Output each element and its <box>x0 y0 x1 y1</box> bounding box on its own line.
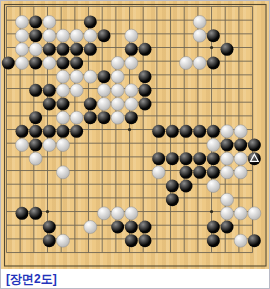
go-stone-black[interactable] <box>97 70 110 83</box>
go-stone-white[interactable] <box>125 97 138 110</box>
go-stone-black[interactable] <box>84 111 97 124</box>
go-stone-white[interactable] <box>43 15 56 28</box>
stones <box>2 15 261 247</box>
go-stone-white[interactable] <box>152 166 165 179</box>
go-stone-black[interactable] <box>207 221 220 234</box>
go-stone-black[interactable] <box>29 125 42 138</box>
go-stone-black[interactable] <box>111 221 124 234</box>
go-stone-white[interactable] <box>125 29 138 42</box>
go-stone-black[interactable] <box>193 125 206 138</box>
go-stone-black[interactable] <box>139 234 152 247</box>
go-stone-white[interactable] <box>56 70 69 83</box>
go-stone-white[interactable] <box>193 15 206 28</box>
go-stone-white[interactable] <box>193 29 206 42</box>
go-diagram-screenshot: [장면2도] <box>0 0 270 289</box>
go-stone-white[interactable] <box>234 125 247 138</box>
go-stone-black[interactable] <box>207 152 220 165</box>
go-stone-black[interactable] <box>29 56 42 69</box>
go-stone-black[interactable] <box>152 152 165 165</box>
go-stone-black[interactable] <box>193 166 206 179</box>
go-stone-black[interactable] <box>139 97 152 110</box>
go-stone-white[interactable] <box>29 152 42 165</box>
go-stone-white[interactable] <box>207 180 220 193</box>
go-stone-black[interactable] <box>43 125 56 138</box>
go-stone-white[interactable] <box>125 207 138 220</box>
go-stone-white[interactable] <box>111 207 124 220</box>
go-stone-black[interactable] <box>234 139 247 152</box>
go-stone-white[interactable] <box>43 29 56 42</box>
go-stone-black[interactable] <box>139 43 152 56</box>
go-stone-white[interactable] <box>111 111 124 124</box>
go-stone-white[interactable] <box>221 207 234 220</box>
go-stone-black[interactable] <box>166 152 179 165</box>
go-board[interactable] <box>1 1 270 269</box>
go-stone-black[interactable] <box>248 234 261 247</box>
go-stone-black[interactable] <box>29 139 42 152</box>
go-stone-black[interactable] <box>43 43 56 56</box>
go-stone-white[interactable] <box>221 166 234 179</box>
go-stone-black[interactable] <box>180 152 193 165</box>
go-stone-black[interactable] <box>43 97 56 110</box>
go-stone-white[interactable] <box>29 43 42 56</box>
go-stone-black[interactable] <box>125 221 138 234</box>
go-stone-white[interactable] <box>43 56 56 69</box>
go-stone-white[interactable] <box>221 125 234 138</box>
go-stone-white[interactable] <box>15 56 28 69</box>
go-stone-white[interactable] <box>111 56 124 69</box>
go-stone-white[interactable] <box>84 29 97 42</box>
go-stone-black[interactable] <box>56 97 69 110</box>
go-stone-black[interactable] <box>2 56 15 69</box>
go-stone-white[interactable] <box>84 70 97 83</box>
go-stone-white[interactable] <box>70 84 83 97</box>
go-stone-white[interactable] <box>248 207 261 220</box>
go-stone-white[interactable] <box>111 84 124 97</box>
go-stone-black[interactable] <box>43 84 56 97</box>
go-stone-black[interactable] <box>29 84 42 97</box>
go-stone-white[interactable] <box>180 56 193 69</box>
go-stone-white[interactable] <box>56 29 69 42</box>
caption: [장면2도] <box>6 270 266 288</box>
go-stone-black[interactable] <box>15 207 28 220</box>
go-stone-black[interactable] <box>29 29 42 42</box>
go-stone-black[interactable] <box>15 125 28 138</box>
go-stone-black[interactable] <box>125 234 138 247</box>
go-stone-black[interactable] <box>97 29 110 42</box>
go-stone-white[interactable] <box>97 84 110 97</box>
go-stone-black[interactable] <box>180 166 193 179</box>
go-stone-black[interactable] <box>139 84 152 97</box>
go-stone-white[interactable] <box>56 234 69 247</box>
go-stone-black[interactable] <box>70 43 83 56</box>
go-stone-black[interactable] <box>125 111 138 124</box>
go-stone-black[interactable] <box>152 125 165 138</box>
go-stone-black[interactable] <box>56 125 69 138</box>
go-stone-black[interactable] <box>43 221 56 234</box>
go-stone-white[interactable] <box>70 29 83 42</box>
go-stone-black[interactable] <box>221 221 234 234</box>
go-stone-white[interactable] <box>234 207 247 220</box>
go-stone-black[interactable] <box>43 234 56 247</box>
go-stone-white[interactable] <box>70 70 83 83</box>
go-stone-white[interactable] <box>111 97 124 110</box>
go-board-svg[interactable] <box>1 1 270 269</box>
go-stone-black[interactable] <box>180 180 193 193</box>
go-stone-black[interactable] <box>139 221 152 234</box>
go-stone-white[interactable] <box>221 193 234 206</box>
go-stone-white[interactable] <box>234 152 247 165</box>
go-stone-white[interactable] <box>97 97 110 110</box>
go-stone-black[interactable] <box>70 56 83 69</box>
go-stone-black[interactable] <box>166 125 179 138</box>
go-stone-black[interactable] <box>180 125 193 138</box>
go-stone-black[interactable] <box>84 43 97 56</box>
go-stone-white[interactable] <box>97 207 110 220</box>
go-stone-black[interactable] <box>207 29 220 42</box>
go-stone-white[interactable] <box>15 43 28 56</box>
go-stone-black[interactable] <box>29 111 42 124</box>
go-stone-black[interactable] <box>84 15 97 28</box>
go-stone-white[interactable] <box>15 15 28 28</box>
go-stone-black[interactable] <box>207 234 220 247</box>
go-stone-white[interactable] <box>70 111 83 124</box>
go-stone-white[interactable] <box>193 56 206 69</box>
go-stone-black[interactable] <box>29 207 42 220</box>
go-stone-white[interactable] <box>111 70 124 83</box>
go-stone-white[interactable] <box>56 166 69 179</box>
go-stone-black[interactable] <box>56 43 69 56</box>
go-stone-white[interactable] <box>43 139 56 152</box>
go-stone-white[interactable] <box>234 234 247 247</box>
go-stone-white[interactable] <box>15 29 28 42</box>
go-stone-white[interactable] <box>15 139 28 152</box>
go-stone-white[interactable] <box>56 139 69 152</box>
go-stone-white[interactable] <box>84 221 97 234</box>
go-stone-black[interactable] <box>207 56 220 69</box>
go-stone-black[interactable] <box>56 56 69 69</box>
go-stone-black[interactable] <box>139 70 152 83</box>
go-stone-black[interactable] <box>29 15 42 28</box>
go-stone-white[interactable] <box>125 84 138 97</box>
go-stone-black[interactable] <box>207 125 220 138</box>
go-stone-white[interactable] <box>125 56 138 69</box>
go-stone-black[interactable] <box>125 43 138 56</box>
go-stone-black[interactable] <box>248 139 261 152</box>
go-stone-white[interactable] <box>221 152 234 165</box>
go-stone-black[interactable] <box>166 193 179 206</box>
go-stone-black[interactable] <box>97 111 110 124</box>
go-stone-white[interactable] <box>234 166 247 179</box>
go-stone-white[interactable] <box>56 84 69 97</box>
go-stone-black[interactable] <box>221 43 234 56</box>
go-stone-white[interactable] <box>56 111 69 124</box>
go-stone-black[interactable] <box>70 125 83 138</box>
go-stone-black[interactable] <box>207 166 220 179</box>
go-stone-black[interactable] <box>84 97 97 110</box>
go-stone-black[interactable] <box>166 180 179 193</box>
go-stone-black[interactable] <box>193 152 206 165</box>
go-stone-black[interactable] <box>221 139 234 152</box>
go-stone-white[interactable] <box>207 139 220 152</box>
